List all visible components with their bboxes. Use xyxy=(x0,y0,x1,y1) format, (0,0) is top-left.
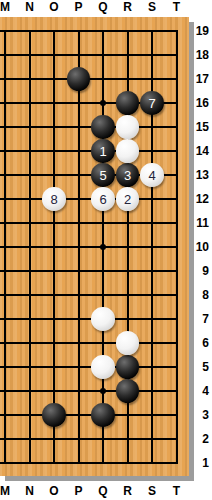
row-label-2: 2 xyxy=(190,431,209,447)
black-stone-P17 xyxy=(67,67,91,91)
row-label-4: 4 xyxy=(190,383,209,399)
move-6-white-stone-Q12: 6 xyxy=(91,187,115,211)
column-label-M: M xyxy=(0,484,16,499)
column-label-P: P xyxy=(68,484,89,499)
move-1-black-stone-Q14: 1 xyxy=(91,139,115,163)
column-label-P: P xyxy=(68,0,89,15)
row-label-11: 11 xyxy=(190,215,209,231)
row-label-12: 12 xyxy=(190,191,209,207)
black-stone-Q3 xyxy=(91,403,115,427)
move-3-black-stone-R13: 3 xyxy=(116,163,140,187)
row-label-17: 17 xyxy=(190,71,209,87)
white-stone-R14 xyxy=(116,139,140,163)
grid-line-col-M xyxy=(4,30,6,464)
row-label-10: 10 xyxy=(190,239,209,255)
column-label-S: S xyxy=(142,0,163,15)
move-5-black-stone-Q13: 5 xyxy=(91,163,115,187)
move-4-white-stone-S13: 4 xyxy=(140,163,164,187)
row-label-16: 16 xyxy=(190,95,209,111)
row-label-3: 3 xyxy=(190,407,209,423)
column-label-O: O xyxy=(44,484,65,499)
row-label-18: 18 xyxy=(190,47,209,63)
white-stone-R6 xyxy=(116,331,140,355)
column-label-T: T xyxy=(166,484,187,499)
column-label-N: N xyxy=(19,0,40,15)
row-label-15: 15 xyxy=(190,119,209,135)
column-label-T: T xyxy=(166,0,187,15)
grid-line-col-N xyxy=(29,30,31,464)
black-stone-R4 xyxy=(116,379,140,403)
white-stone-Q7 xyxy=(91,307,115,331)
black-stone-O3 xyxy=(42,403,66,427)
row-label-1: 1 xyxy=(190,455,209,471)
star-point-Q4 xyxy=(100,388,106,394)
row-label-6: 6 xyxy=(190,335,209,351)
white-stone-Q5 xyxy=(91,355,115,379)
row-label-13: 13 xyxy=(190,167,209,183)
column-label-Q: Q xyxy=(93,0,114,15)
grid-line-col-O xyxy=(53,30,55,464)
grid-line-col-T xyxy=(176,30,178,464)
star-point-Q16 xyxy=(100,100,106,106)
black-stone-Q15 xyxy=(91,115,115,139)
column-label-R: R xyxy=(117,0,138,15)
row-label-8: 8 xyxy=(190,287,209,303)
column-label-O: O xyxy=(44,0,65,15)
column-label-S: S xyxy=(142,484,163,499)
go-board: 71534862 xyxy=(0,17,189,476)
row-label-9: 9 xyxy=(190,263,209,279)
column-label-M: M xyxy=(0,0,16,15)
white-stone-R15 xyxy=(116,115,140,139)
go-diagram: MNOPQRST 71534862 1918171615141312111098… xyxy=(0,0,212,500)
grid-line-col-P xyxy=(78,30,80,464)
move-8-white-stone-O12: 8 xyxy=(42,187,66,211)
column-label-N: N xyxy=(19,484,40,499)
row-label-14: 14 xyxy=(190,143,209,159)
star-point-Q10 xyxy=(100,244,106,250)
row-label-7: 7 xyxy=(190,311,209,327)
black-stone-R16 xyxy=(116,91,140,115)
row-label-5: 5 xyxy=(190,359,209,375)
move-2-white-stone-R12: 2 xyxy=(116,187,140,211)
black-stone-R5 xyxy=(116,355,140,379)
column-label-Q: Q xyxy=(93,484,114,499)
column-label-R: R xyxy=(117,484,138,499)
move-7-black-stone-S16: 7 xyxy=(140,91,164,115)
row-label-19: 19 xyxy=(190,23,209,39)
